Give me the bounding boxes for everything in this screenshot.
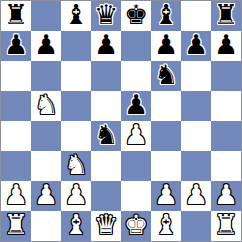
piece-white-pawn[interactable]: ♟	[124, 121, 148, 150]
square-c1[interactable]: ♝	[61, 211, 91, 241]
square-f6[interactable]: ♞	[151, 61, 181, 91]
square-h7[interactable]: ♟	[211, 31, 241, 61]
piece-black-bishop[interactable]: ♝	[64, 1, 88, 30]
square-g7[interactable]: ♟	[181, 31, 211, 61]
square-g3[interactable]	[181, 151, 211, 181]
piece-white-king[interactable]: ♚	[124, 211, 148, 240]
square-h5[interactable]	[211, 91, 241, 121]
square-e2[interactable]	[121, 181, 151, 211]
square-c4[interactable]	[61, 121, 91, 151]
square-g4[interactable]	[181, 121, 211, 151]
square-d3[interactable]	[91, 151, 121, 181]
piece-white-pawn[interactable]: ♟	[34, 181, 58, 210]
piece-black-queen[interactable]: ♛	[94, 1, 118, 30]
piece-black-bishop[interactable]: ♝	[154, 1, 178, 30]
square-c6[interactable]	[61, 61, 91, 91]
square-h2[interactable]: ♟	[211, 181, 241, 211]
piece-white-knight[interactable]: ♞	[64, 151, 88, 180]
square-b8[interactable]	[31, 1, 61, 31]
square-d6[interactable]	[91, 61, 121, 91]
chess-board-frame: ♜♝♛♚♝♜♟♟♟♟♟♟♞♞♟♞♟♞♟♟♟♟♟♟♜♝♛♚♝♜	[0, 0, 242, 242]
square-b2[interactable]: ♟	[31, 181, 61, 211]
piece-white-bishop[interactable]: ♝	[64, 211, 88, 240]
piece-black-rook[interactable]: ♜	[4, 1, 28, 30]
piece-white-pawn[interactable]: ♟	[4, 181, 28, 210]
piece-white-rook[interactable]: ♜	[4, 211, 28, 240]
square-e6[interactable]	[121, 61, 151, 91]
piece-white-knight[interactable]: ♞	[34, 91, 58, 120]
square-h1[interactable]: ♜	[211, 211, 241, 241]
square-h6[interactable]	[211, 61, 241, 91]
square-c5[interactable]	[61, 91, 91, 121]
square-e4[interactable]: ♟	[121, 121, 151, 151]
square-h4[interactable]	[211, 121, 241, 151]
square-a7[interactable]: ♟	[1, 31, 31, 61]
square-f7[interactable]: ♟	[151, 31, 181, 61]
square-h8[interactable]: ♜	[211, 1, 241, 31]
square-g8[interactable]	[181, 1, 211, 31]
piece-white-bishop[interactable]: ♝	[154, 211, 178, 240]
square-d5[interactable]	[91, 91, 121, 121]
piece-black-knight[interactable]: ♞	[94, 121, 118, 150]
square-g6[interactable]	[181, 61, 211, 91]
piece-black-pawn[interactable]: ♟	[34, 31, 58, 60]
square-f1[interactable]: ♝	[151, 211, 181, 241]
chess-board: ♜♝♛♚♝♜♟♟♟♟♟♟♞♞♟♞♟♞♟♟♟♟♟♟♜♝♛♚♝♜	[1, 1, 241, 241]
square-e7[interactable]	[121, 31, 151, 61]
square-c2[interactable]: ♟	[61, 181, 91, 211]
piece-white-pawn[interactable]: ♟	[214, 181, 238, 210]
square-c8[interactable]: ♝	[61, 1, 91, 31]
piece-white-pawn[interactable]: ♟	[154, 181, 178, 210]
square-e3[interactable]	[121, 151, 151, 181]
square-g5[interactable]	[181, 91, 211, 121]
square-a4[interactable]	[1, 121, 31, 151]
square-f5[interactable]	[151, 91, 181, 121]
piece-black-pawn[interactable]: ♟	[124, 91, 148, 120]
square-g1[interactable]	[181, 211, 211, 241]
square-c7[interactable]	[61, 31, 91, 61]
square-a6[interactable]	[1, 61, 31, 91]
square-b5[interactable]: ♞	[31, 91, 61, 121]
square-d1[interactable]: ♛	[91, 211, 121, 241]
square-a2[interactable]: ♟	[1, 181, 31, 211]
piece-white-pawn[interactable]: ♟	[184, 181, 208, 210]
piece-white-pawn[interactable]: ♟	[64, 181, 88, 210]
square-b3[interactable]	[31, 151, 61, 181]
square-e1[interactable]: ♚	[121, 211, 151, 241]
piece-white-rook[interactable]: ♜	[214, 211, 238, 240]
piece-white-queen[interactable]: ♛	[94, 211, 118, 240]
square-b6[interactable]	[31, 61, 61, 91]
square-e5[interactable]: ♟	[121, 91, 151, 121]
square-h3[interactable]	[211, 151, 241, 181]
square-c3[interactable]: ♞	[61, 151, 91, 181]
square-f3[interactable]	[151, 151, 181, 181]
square-d2[interactable]	[91, 181, 121, 211]
square-f4[interactable]	[151, 121, 181, 151]
square-f8[interactable]: ♝	[151, 1, 181, 31]
square-d7[interactable]: ♟	[91, 31, 121, 61]
square-b1[interactable]	[31, 211, 61, 241]
piece-black-king[interactable]: ♚	[124, 1, 148, 30]
square-a1[interactable]: ♜	[1, 211, 31, 241]
piece-black-pawn[interactable]: ♟	[94, 31, 118, 60]
square-f2[interactable]: ♟	[151, 181, 181, 211]
piece-black-pawn[interactable]: ♟	[184, 31, 208, 60]
piece-black-knight[interactable]: ♞	[154, 61, 178, 90]
square-a3[interactable]	[1, 151, 31, 181]
square-e8[interactable]: ♚	[121, 1, 151, 31]
piece-black-pawn[interactable]: ♟	[154, 31, 178, 60]
piece-black-pawn[interactable]: ♟	[214, 31, 238, 60]
square-a5[interactable]	[1, 91, 31, 121]
square-a8[interactable]: ♜	[1, 1, 31, 31]
square-b7[interactable]: ♟	[31, 31, 61, 61]
piece-black-pawn[interactable]: ♟	[4, 31, 28, 60]
square-b4[interactable]	[31, 121, 61, 151]
square-g2[interactable]: ♟	[181, 181, 211, 211]
piece-black-rook[interactable]: ♜	[214, 1, 238, 30]
square-d8[interactable]: ♛	[91, 1, 121, 31]
square-d4[interactable]: ♞	[91, 121, 121, 151]
